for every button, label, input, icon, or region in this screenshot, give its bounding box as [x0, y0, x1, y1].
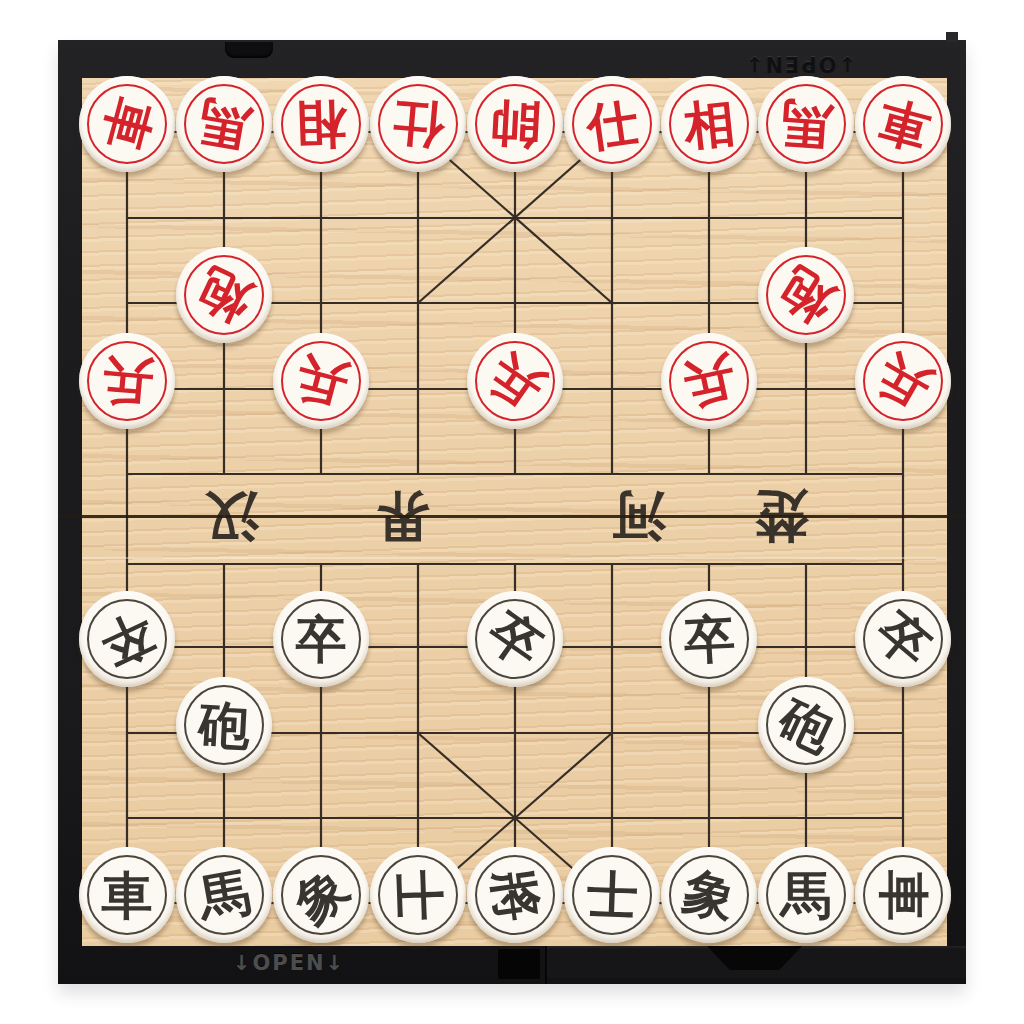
piece-character: 卒 [682, 612, 736, 666]
piece-red-chariot[interactable]: 車 [855, 76, 951, 172]
piece-red-horse[interactable]: 馬 [176, 76, 272, 172]
piece-black-horse[interactable]: 馬 [758, 847, 854, 943]
piece-character: 仕 [583, 95, 641, 153]
piece-red-cannon[interactable]: 炮 [176, 247, 272, 343]
piece-black-cannon[interactable]: 砲 [758, 677, 854, 773]
piece-black-soldier[interactable]: 卒 [467, 591, 563, 687]
piece-character: 相 [295, 98, 348, 151]
piece-character: 馬 [781, 870, 832, 921]
piece-red-chariot[interactable]: 車 [79, 76, 175, 172]
piece-black-general[interactable]: 將 [467, 847, 563, 943]
piece-character: 馬 [779, 97, 833, 151]
piece-red-advisor[interactable]: 仕 [564, 76, 660, 172]
case-bottom-seam [545, 946, 547, 984]
piece-red-cannon[interactable]: 炮 [758, 247, 854, 343]
piece-red-horse[interactable]: 馬 [758, 76, 854, 172]
piece-character: 車 [102, 870, 153, 921]
piece-red-general[interactable]: 帥 [467, 76, 563, 172]
piece-black-soldier[interactable]: 卒 [79, 591, 175, 687]
piece-character: 卒 [296, 614, 347, 665]
piece-red-soldier[interactable]: 兵 [273, 333, 369, 429]
open-label-bottom: ↓OPEN↓ [233, 951, 345, 975]
piece-red-soldier[interactable]: 兵 [661, 333, 757, 429]
case-hinge-tab [946, 32, 958, 42]
piece-black-advisor[interactable]: 士 [564, 847, 660, 943]
board-surface: 汉界河楚 車馬相仕帥仕相馬車炮炮兵兵兵兵兵卒卒卒卒卒砲砲車馬象士將士象馬車 [82, 78, 947, 946]
piece-black-chariot[interactable]: 車 [79, 847, 175, 943]
piece-character: 士 [392, 869, 445, 922]
piece-black-soldier[interactable]: 卒 [273, 591, 369, 687]
piece-character: 兵 [679, 351, 739, 411]
piece-black-soldier[interactable]: 卒 [855, 591, 951, 687]
piece-character: 車 [878, 870, 929, 921]
piece-character: 相 [681, 96, 737, 152]
fold-seam [58, 515, 966, 518]
piece-black-elephant[interactable]: 象 [273, 847, 369, 943]
piece-red-soldier[interactable]: 兵 [79, 333, 175, 429]
piece-red-elephant[interactable]: 相 [661, 76, 757, 172]
piece-character: 馬 [194, 94, 253, 153]
piece-black-elephant[interactable]: 象 [661, 847, 757, 943]
piece-red-advisor[interactable]: 仕 [370, 76, 466, 172]
piece-red-elephant[interactable]: 相 [273, 76, 369, 172]
piece-red-soldier[interactable]: 兵 [467, 333, 563, 429]
case-clasp-hole [498, 949, 540, 979]
piece-black-chariot[interactable]: 車 [855, 847, 951, 943]
piece-black-horse[interactable]: 馬 [176, 847, 272, 943]
piece-character: 仕 [390, 96, 445, 151]
case-latch-recess [225, 42, 273, 58]
piece-character: 兵 [99, 353, 154, 408]
piece-character: 士 [586, 869, 639, 922]
piece-black-soldier[interactable]: 卒 [661, 591, 757, 687]
piece-character: 砲 [197, 698, 251, 752]
piece-character: 帥 [488, 97, 542, 151]
photo-canvas: ↓OPEN↓ 汉界河楚 車馬相仕帥仕相馬車炮炮兵兵兵兵兵卒卒卒卒卒砲砲車馬象士將… [0, 0, 1024, 1024]
open-label-top: ↓OPEN↓ [744, 52, 856, 76]
piece-black-cannon[interactable]: 砲 [176, 677, 272, 773]
piece-character: 將 [486, 866, 544, 924]
board-case-frame: ↓OPEN↓ 汉界河楚 車馬相仕帥仕相馬車炮炮兵兵兵兵兵卒卒卒卒卒砲砲車馬象士將… [58, 40, 966, 984]
piece-red-soldier[interactable]: 兵 [855, 333, 951, 429]
fold-seam-highlight [82, 557, 947, 559]
piece-character: 馬 [194, 865, 253, 924]
piece-black-advisor[interactable]: 士 [370, 847, 466, 943]
